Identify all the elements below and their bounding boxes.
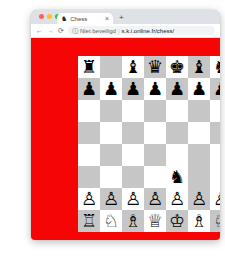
square-c5[interactable] — [122, 122, 144, 144]
browser-toolbar: ← → ⟳ ⓘ Niet beveiligd | s.k.i.online.fr… — [31, 24, 220, 38]
back-icon[interactable]: ← — [36, 27, 43, 34]
white-pawn: ♙ — [169, 188, 185, 210]
square-f6[interactable] — [188, 100, 210, 122]
square-d5[interactable] — [144, 122, 166, 144]
square-c1[interactable]: ♗ — [122, 210, 144, 232]
new-tab-button[interactable]: + — [119, 14, 124, 22]
square-f7[interactable]: ♟ — [188, 78, 210, 100]
square-e6[interactable] — [166, 100, 188, 122]
square-a7[interactable]: ♟ — [78, 78, 100, 100]
square-d4[interactable] — [144, 144, 166, 166]
black-pawn: ♟ — [125, 78, 141, 100]
black-bishop: ♝ — [191, 56, 207, 78]
tab-strip: ♞ Chess × + — [31, 10, 220, 24]
square-a6[interactable] — [78, 100, 100, 122]
square-d7[interactable]: ♟ — [144, 78, 166, 100]
white-pawn: ♙ — [191, 188, 207, 210]
white-pawn: ♙ — [147, 188, 163, 210]
black-rook: ♜ — [81, 56, 97, 78]
square-d6[interactable] — [144, 100, 166, 122]
square-e1[interactable]: ♔ — [166, 210, 188, 232]
tab-chess[interactable]: ♞ Chess × — [57, 13, 113, 24]
reload-icon[interactable]: ⟳ — [58, 27, 64, 34]
square-f4[interactable] — [188, 144, 210, 166]
white-king: ♔ — [169, 210, 185, 232]
chess-board: ♜♝♛♚♝♞♜♟♟♟♟♟♟♟♟♞♙♙♙♙♙♙♙♙♖♘♗♕♔♗♘♖ — [78, 56, 220, 232]
black-king: ♚ — [169, 56, 185, 78]
white-pawn: ♙ — [81, 188, 97, 210]
tab-title: Chess — [70, 16, 103, 22]
info-icon[interactable]: ⓘ — [72, 28, 78, 34]
square-d8[interactable]: ♛ — [144, 56, 166, 78]
square-c4[interactable] — [122, 144, 144, 166]
square-f8[interactable]: ♝ — [188, 56, 210, 78]
white-knight: ♘ — [213, 210, 220, 232]
white-pawn: ♙ — [213, 188, 220, 210]
chess-favicon-icon: ♞ — [61, 15, 67, 22]
square-e3[interactable]: ♞ — [166, 166, 188, 188]
square-g4[interactable] — [210, 144, 220, 166]
square-e8[interactable]: ♚ — [166, 56, 188, 78]
black-pawn: ♟ — [191, 78, 207, 100]
square-c7[interactable]: ♟ — [122, 78, 144, 100]
square-b7[interactable]: ♟ — [100, 78, 122, 100]
white-queen: ♕ — [147, 210, 163, 232]
square-c6[interactable] — [122, 100, 144, 122]
square-a4[interactable] — [78, 144, 100, 166]
white-pawn: ♙ — [125, 188, 141, 210]
square-d2[interactable]: ♙ — [144, 188, 166, 210]
square-a1[interactable]: ♖ — [78, 210, 100, 232]
white-pawn: ♙ — [103, 188, 119, 210]
browser-window: ♞ Chess × + ← → ⟳ ⓘ Niet beveiligd | s.k… — [31, 10, 220, 240]
url-text: s.k.i.online.fr/chess/ — [121, 28, 174, 34]
square-b5[interactable] — [100, 122, 122, 144]
square-a8[interactable]: ♜ — [78, 56, 100, 78]
white-bishop: ♗ — [191, 210, 207, 232]
square-g1[interactable]: ♘ — [210, 210, 220, 232]
white-bishop: ♗ — [125, 210, 141, 232]
black-pawn: ♟ — [147, 78, 163, 100]
black-pawn: ♟ — [169, 78, 185, 100]
black-pawn: ♟ — [81, 78, 97, 100]
square-a5[interactable] — [78, 122, 100, 144]
square-g8[interactable]: ♞ — [210, 56, 220, 78]
black-knight: ♞ — [169, 166, 185, 188]
close-window-button[interactable] — [39, 14, 44, 19]
black-queen: ♛ — [147, 56, 163, 78]
black-knight: ♞ — [213, 56, 220, 78]
square-g5[interactable] — [210, 122, 220, 144]
square-f5[interactable] — [188, 122, 210, 144]
square-f1[interactable]: ♗ — [188, 210, 210, 232]
square-c8[interactable]: ♝ — [122, 56, 144, 78]
square-b6[interactable] — [100, 100, 122, 122]
square-d3[interactable] — [144, 166, 166, 188]
square-b1[interactable]: ♘ — [100, 210, 122, 232]
forward-icon[interactable]: → — [47, 27, 54, 34]
white-knight: ♘ — [103, 210, 119, 232]
square-e2[interactable]: ♙ — [166, 188, 188, 210]
square-c2[interactable]: ♙ — [122, 188, 144, 210]
square-b3[interactable] — [100, 166, 122, 188]
square-e5[interactable] — [166, 122, 188, 144]
address-separator: | — [118, 28, 120, 34]
black-pawn: ♟ — [103, 78, 119, 100]
black-pawn: ♟ — [213, 78, 220, 100]
square-g7[interactable]: ♟ — [210, 78, 220, 100]
tab-close-icon[interactable]: × — [105, 15, 109, 22]
address-bar[interactable]: ⓘ Niet beveiligd | s.k.i.online.fr/chess… — [68, 26, 215, 35]
square-g6[interactable] — [210, 100, 220, 122]
square-e4[interactable] — [166, 144, 188, 166]
square-f2[interactable]: ♙ — [188, 188, 210, 210]
square-d1[interactable]: ♕ — [144, 210, 166, 232]
square-g2[interactable]: ♙ — [210, 188, 220, 210]
square-a2[interactable]: ♙ — [78, 188, 100, 210]
page-content: ♜♝♛♚♝♞♜♟♟♟♟♟♟♟♟♞♙♙♙♙♙♙♙♙♖♘♗♕♔♗♘♖ — [31, 38, 220, 240]
square-b4[interactable] — [100, 144, 122, 166]
square-b8[interactable] — [100, 56, 122, 78]
square-c3[interactable] — [122, 166, 144, 188]
white-rook: ♖ — [81, 210, 97, 232]
black-bishop: ♝ — [125, 56, 141, 78]
square-e7[interactable]: ♟ — [166, 78, 188, 100]
square-a3[interactable] — [78, 166, 100, 188]
minimize-window-button[interactable] — [47, 14, 52, 19]
security-label: Niet beveiligd — [80, 28, 116, 34]
square-b2[interactable]: ♙ — [100, 188, 122, 210]
square-g3[interactable] — [210, 166, 220, 188]
square-f3[interactable] — [188, 166, 210, 188]
